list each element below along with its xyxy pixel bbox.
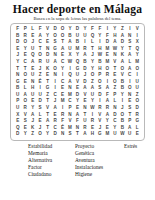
grid-cell-r4c11: T (89, 46, 96, 53)
grid-cell-r6c13: M (104, 59, 111, 66)
grid-cell-r12c8: C (66, 98, 73, 105)
grid-cell-r16c12: J (96, 125, 103, 132)
grid-cell-r10c6: I (51, 85, 58, 92)
grid-cell-r3c2: O (21, 39, 28, 46)
grid-cell-r17c4: O (36, 131, 43, 138)
grid-cell-r6c15: A (119, 59, 126, 66)
grid-cell-r9c5: T (44, 79, 51, 86)
grid-cell-r8c2: O (21, 72, 28, 79)
grid-cell-r13c4: S (36, 105, 43, 112)
grid-cell-r15c7: F (59, 118, 66, 125)
grid-cell-r3c9: B (74, 39, 81, 46)
grid-cell-r7c2: T (21, 66, 28, 73)
grid-cell-r17c1: D (14, 131, 21, 138)
grid-cell-r17c7: N (59, 131, 66, 138)
grid-cell-r1c15: Z (119, 26, 126, 33)
grid-cell-r1c17: V (134, 26, 141, 33)
grid-cell-r15c14: C (111, 118, 118, 125)
grid-cell-r9c15: B (119, 79, 126, 86)
grid-cell-r15c1: E (14, 118, 21, 125)
grid-cell-r3c10: I (81, 39, 88, 46)
grid-cell-r5c1: J (14, 52, 21, 59)
grid-cell-r5c4: O (36, 52, 43, 59)
grid-cell-r4c12: H (96, 46, 103, 53)
grid-cell-r17c12: G (96, 131, 103, 138)
grid-cell-r17c17: E (134, 131, 141, 138)
grid-cell-r17c5: Y (44, 131, 51, 138)
grid-cell-r9c8: A (66, 79, 73, 86)
grid-cell-r3c6: S (51, 39, 58, 46)
grid-cell-r6c8: W (66, 59, 73, 66)
grid-cell-r1c14: Y (111, 26, 118, 33)
grid-cell-r6c2: C (21, 59, 28, 66)
grid-cell-r12c9: Y (74, 98, 81, 105)
grid-cell-r12c15: I (119, 98, 126, 105)
grid-cell-r4c14: W (111, 46, 118, 53)
grid-cell-r17c6: D (51, 131, 58, 138)
grid-cell-r8c10: J (81, 72, 88, 79)
grid-cell-r9c13: I (104, 79, 111, 86)
grid-cell-r9c11: Z (89, 79, 96, 86)
grid-cell-r6c6: A (51, 59, 58, 66)
grid-cell-r13c16: S (126, 105, 133, 112)
grid-cell-r16c2: E (21, 125, 28, 132)
grid-cell-r6c14: V (111, 59, 118, 66)
grid-cell-r10c10: A (81, 85, 88, 92)
grid-cell-r12c5: T (44, 98, 51, 105)
letter-grid: FPLFVDOYDYFFIYZIVBREAYOOBUUQYFHANIDOJCES… (14, 26, 141, 138)
grid-cell-r16c17: L (134, 125, 141, 132)
grid-cell-r6c9: Q (74, 59, 81, 66)
grid-cell-r5c13: E (104, 52, 111, 59)
grid-cell-r3c8: A (66, 39, 73, 46)
word-estabilidad: Estabilidad (28, 143, 52, 150)
grid-cell-r16c1: Q (14, 125, 21, 132)
grid-cell-r15c5: A (44, 118, 51, 125)
grid-cell-r7c4: J (36, 66, 43, 73)
grid-cell-r5c7: E (59, 52, 66, 59)
grid-cell-r12c13: A (104, 98, 111, 105)
grid-cell-r13c10: N (81, 105, 88, 112)
grid-cell-r9c9: V (74, 79, 81, 86)
grid-cell-r10c11: A (89, 85, 96, 92)
grid-cell-r16c4: J (36, 125, 43, 132)
grid-cell-r9c1: G (14, 79, 21, 86)
grid-cell-r10c9: E (74, 85, 81, 92)
grid-cell-r9c10: D (81, 79, 88, 86)
word-list-column-1: EstabilidadMemoriaAlternativaFactorCiuda… (28, 143, 52, 178)
grid-cell-r3c4: C (36, 39, 43, 46)
grid-cell-r9c14: O (111, 79, 118, 86)
grid-cell-r4c8: U (66, 46, 73, 53)
grid-cell-r13c3: Y (29, 105, 36, 112)
grid-cell-r16c9: N (74, 125, 81, 132)
grid-cell-r10c4: I (36, 85, 43, 92)
grid-cell-r9c2: E (21, 79, 28, 86)
grid-cell-r5c17: Y (134, 52, 141, 59)
grid-cell-r8c6: N (51, 72, 58, 79)
grid-cell-r12c16: E (126, 98, 133, 105)
grid-cell-r8c3: U (29, 72, 36, 79)
grid-cell-r4c6: G (51, 46, 58, 53)
grid-cell-r8c14: E (111, 72, 118, 79)
grid-cell-r1c12: F (96, 26, 103, 33)
grid-cell-r13c6: A (51, 105, 58, 112)
grid-cell-r3c13: D (104, 39, 111, 46)
grid-cell-r8c13: R (104, 72, 111, 79)
grid-cell-r7c10: D (81, 66, 88, 73)
grid-cell-r10c14: Z (111, 85, 118, 92)
grid-cell-r3c7: T (59, 39, 66, 46)
grid-cell-r5c2: E (21, 52, 28, 59)
word-list-column-2: ProyectoGenéticaAventuraInstalacionesHig… (75, 143, 103, 178)
grid-cell-r9c4: É (36, 79, 43, 86)
grid-cell-r12c11: Y (89, 98, 96, 105)
grid-cell-r3c12: I (96, 39, 103, 46)
grid-cell-r7c15: O (119, 66, 126, 73)
grid-cell-r15c12: V (96, 118, 103, 125)
grid-cell-r12c6: J (51, 98, 58, 105)
grid-cell-r5c10: A (81, 52, 88, 59)
puzzle-instructions: Busca en la sopa de letras las palabras … (0, 16, 155, 21)
grid-cell-r1c2: P (21, 26, 28, 33)
grid-cell-r12c12: I (96, 98, 103, 105)
word-search-board: FPLFVDOYDYFFIYZIVBREAYOOBUUQYFHANIDOJCES… (10, 23, 145, 141)
grid-cell-r16c6: C (51, 125, 58, 132)
grid-cell-r3c1: D (14, 39, 21, 46)
grid-cell-r1c11: F (89, 26, 96, 33)
grid-cell-r4c7: A (59, 46, 66, 53)
grid-cell-r17c2: Y (21, 131, 28, 138)
grid-cell-r10c15: B (119, 85, 126, 92)
grid-cell-r4c3: U (29, 46, 36, 53)
grid-cell-r7c5: K (44, 66, 51, 73)
grid-cell-r16c14: Y (111, 125, 118, 132)
grid-cell-r17c10: A (81, 131, 88, 138)
word-genética: Genética (75, 150, 103, 157)
word-instalaciones: Instalaciones (75, 164, 103, 171)
grid-cell-r10c8: N (66, 85, 73, 92)
grid-cell-r3c15: D (119, 39, 126, 46)
word-alternativa: Alternativa (28, 157, 52, 164)
grid-cell-r1c16: I (126, 26, 133, 33)
grid-cell-r15c13: Y (104, 118, 111, 125)
grid-cell-r15c16: P (126, 118, 133, 125)
grid-cell-r8c16: C (126, 72, 133, 79)
grid-cell-r10c17: U (134, 85, 141, 92)
grid-cell-r5c5: D (44, 52, 51, 59)
grid-cell-r6c1: Y (14, 59, 21, 66)
grid-cell-r4c2: Y (21, 46, 28, 53)
grid-cell-r17c8: S (66, 131, 73, 138)
grid-cell-r15c11: R (89, 118, 96, 125)
grid-cell-r6c3: A (29, 59, 36, 66)
grid-cell-r13c11: W (89, 105, 96, 112)
grid-cell-r4c17: Q (134, 46, 141, 53)
grid-cell-r5c11: J (89, 52, 96, 59)
grid-cell-r9c12: O (96, 79, 103, 86)
grid-cell-r13c9: E (74, 105, 81, 112)
grid-cell-r15c2: S (21, 118, 28, 125)
grid-cell-r7c8: I (66, 66, 73, 73)
grid-cell-r5c12: W (96, 52, 103, 59)
grid-cell-r13c5: V (44, 105, 51, 112)
grid-cell-r10c13: A (104, 85, 111, 92)
grid-cell-r6c11: Y (89, 59, 96, 66)
grid-cell-r4c15: Y (119, 46, 126, 53)
grid-cell-r10c3: H (29, 85, 36, 92)
grid-cell-r9c17: U (134, 79, 141, 86)
grid-cell-r15c9: F (74, 118, 81, 125)
grid-cell-r1c10: Y (81, 26, 88, 33)
grid-cell-r12c10: E (81, 98, 88, 105)
grid-cell-r8c15: V (119, 72, 126, 79)
grid-cell-r3c11: L (89, 39, 96, 46)
grid-cell-r3c5: E (44, 39, 51, 46)
grid-cell-r8c12: P (96, 72, 103, 79)
grid-cell-r8c1: N (14, 72, 21, 79)
grid-cell-r3c3: J (29, 39, 36, 46)
grid-cell-r15c15: B (119, 118, 126, 125)
grid-cell-r15c4: E (36, 118, 43, 125)
grid-cell-r15c3: J (29, 118, 36, 125)
grid-cell-r6c5: U (44, 59, 51, 66)
grid-cell-r4c1: E (14, 46, 21, 53)
grid-cell-r4c13: M (104, 46, 111, 53)
word-list: EstabilidadMemoriaAlternativaFactorCiuda… (0, 143, 155, 183)
grid-cell-r8c17: I (134, 72, 141, 79)
grid-cell-r12c7: M (59, 98, 66, 105)
grid-cell-r12c4: D (36, 98, 43, 105)
grid-cell-r7c6: O (51, 66, 58, 73)
grid-cell-r12c3: E (29, 98, 36, 105)
grid-cell-r3c16: S (126, 39, 133, 46)
page-title: Hacer deporte en Málaga (0, 3, 155, 15)
grid-cell-r1c1: F (14, 26, 21, 33)
grid-cell-r13c7: I (59, 105, 66, 112)
grid-cell-r16c13: E (104, 125, 111, 132)
grid-cell-r10c12: S (96, 85, 103, 92)
grid-cell-r13c15: J (119, 105, 126, 112)
grid-cell-r1c8: Y (66, 26, 73, 33)
grid-cell-r6c12: B (96, 59, 103, 66)
grid-cell-r13c12: R (96, 105, 103, 112)
word-ciudadano: Ciudadano (28, 171, 52, 178)
grid-cell-r13c8: P (66, 105, 73, 112)
grid-cell-r4c10: R (81, 46, 88, 53)
grid-cell-r16c8: M (66, 125, 73, 132)
grid-cell-r5c3: Q (29, 52, 36, 59)
grid-cell-r16c7: É (59, 125, 66, 132)
grid-cell-r15c10: U (81, 118, 88, 125)
grid-cell-r5c15: K (119, 52, 126, 59)
grid-cell-r17c16: U (126, 131, 133, 138)
grid-cell-r13c2: R (21, 105, 28, 112)
word-proyecto: Proyecto (75, 143, 103, 150)
grid-cell-r9c7: C (59, 79, 66, 86)
grid-cell-r5c14: N (111, 52, 118, 59)
grid-cell-r9c16: I (126, 79, 133, 86)
grid-cell-r10c1: B (14, 85, 21, 92)
grid-cell-r4c5: N (44, 46, 51, 53)
grid-cell-r8c4: Z (36, 72, 43, 79)
grid-cell-r15c8: V (66, 118, 73, 125)
grid-cell-r16c16: A (126, 125, 133, 132)
grid-cell-r1c7: O (59, 26, 66, 33)
grid-cell-r6c4: R (36, 59, 43, 66)
grid-cell-r17c13: M (104, 131, 111, 138)
word-aventura: Aventura (75, 157, 103, 164)
grid-cell-r5c6: N (51, 52, 58, 59)
word-higiene: Higiene (75, 171, 103, 178)
grid-cell-r17c14: U (111, 131, 118, 138)
grid-cell-r17c9: T (74, 131, 81, 138)
grid-cell-r7c11: Y (89, 66, 96, 73)
grid-cell-r16c15: B (119, 125, 126, 132)
grid-cell-r7c12: H (96, 66, 103, 73)
grid-cell-r6c10: B (81, 59, 88, 66)
grid-cell-r6c17: M (134, 59, 141, 66)
grid-cell-r10c2: L (21, 85, 28, 92)
grid-cell-r7c14: T (111, 66, 118, 73)
grid-cell-r16c11: E (89, 125, 96, 132)
word-factor: Factor (28, 164, 52, 171)
grid-cell-r15c17: G (134, 118, 141, 125)
grid-cell-r7c9: G (74, 66, 81, 73)
grid-cell-r9c6: I (51, 79, 58, 86)
grid-cell-r1c3: L (29, 26, 36, 33)
grid-cell-r12c14: L (111, 98, 118, 105)
grid-cell-r1c5: V (44, 26, 51, 33)
word-memoria: Memoria (28, 150, 52, 157)
grid-cell-r7c16: A (126, 66, 133, 73)
grid-cell-r10c7: E (59, 85, 66, 92)
grid-cell-r5c9: Y (74, 52, 81, 59)
grid-cell-r7c1: T (14, 66, 21, 73)
grid-cell-r13c14: N (111, 105, 118, 112)
word-list-column-3: Estrés (124, 143, 137, 150)
grid-cell-r7c7: Y (59, 66, 66, 73)
grid-cell-r5c16: A (126, 52, 133, 59)
word-estrés: Estrés (124, 143, 137, 150)
grid-cell-r4c4: T (36, 46, 43, 53)
grid-cell-r13c1: U (14, 105, 21, 112)
grid-cell-r5c8: X (66, 52, 73, 59)
grid-cell-r12c17: O (134, 98, 141, 105)
grid-cell-r12c2: O (21, 98, 28, 105)
grid-cell-r8c8: Q (66, 72, 73, 79)
grid-cell-r6c16: L (126, 59, 133, 66)
grid-cell-r9c3: N (29, 79, 36, 86)
grid-cell-r1c6: D (51, 26, 58, 33)
grid-cell-r6c7: C (59, 59, 66, 66)
grid-cell-r8c5: E (44, 72, 51, 79)
grid-cell-r3c17: X (134, 39, 141, 46)
grid-cell-r16c3: K (29, 125, 36, 132)
grid-cell-r1c13: I (104, 26, 111, 33)
grid-cell-r3c14: A (111, 39, 118, 46)
grid-cell-r10c5: G (44, 85, 51, 92)
grid-cell-r16c10: R (81, 125, 88, 132)
grid-cell-r7c13: O (104, 66, 111, 73)
grid-cell-r17c11: H (89, 131, 96, 138)
grid-cell-r8c7: I (59, 72, 66, 79)
grid-cell-r17c15: W (119, 131, 126, 138)
grid-cell-r4c9: M (74, 46, 81, 53)
grid-cell-r8c11: O (89, 72, 96, 79)
grid-cell-r13c13: R (104, 105, 111, 112)
grid-cell-r7c17: O (134, 66, 141, 73)
grid-cell-r16c5: T (44, 125, 51, 132)
grid-cell-r1c4: F (36, 26, 43, 33)
grid-cell-r7c3: E (29, 66, 36, 73)
grid-cell-r1c9: D (74, 26, 81, 33)
grid-cell-r4c16: T (126, 46, 133, 53)
grid-cell-r17c3: Z (29, 131, 36, 138)
grid-cell-r10c16: O (126, 85, 133, 92)
grid-cell-r8c9: U (74, 72, 81, 79)
grid-cell-r12c1: P (14, 98, 21, 105)
grid-cell-r13c17: D (134, 105, 141, 112)
grid-cell-r15c6: R (51, 118, 58, 125)
